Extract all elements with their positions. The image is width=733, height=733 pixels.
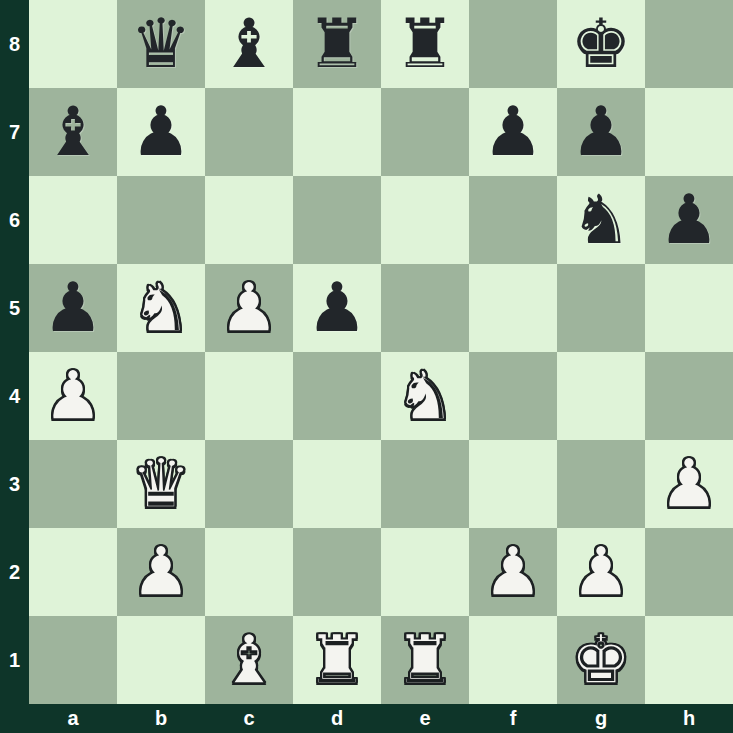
chess-board-frame: 87654321 ♛♝♜♜♚♝♟♟♟♞♟♟♞♟♟♟♞♛♟♟♟♟♝♜♜♚ abcd… <box>0 0 733 733</box>
file-label-d: d <box>293 704 381 733</box>
square-e8[interactable]: ♜ <box>381 0 469 88</box>
square-e3[interactable] <box>381 440 469 528</box>
file-label-e: e <box>381 704 469 733</box>
square-c4[interactable] <box>205 352 293 440</box>
square-d3[interactable] <box>293 440 381 528</box>
white-rook-d1[interactable]: ♜ <box>307 616 368 704</box>
square-h7[interactable] <box>645 88 733 176</box>
white-pawn-c5[interactable]: ♟ <box>219 264 280 352</box>
square-d4[interactable] <box>293 352 381 440</box>
square-h2[interactable] <box>645 528 733 616</box>
square-g2[interactable]: ♟ <box>557 528 645 616</box>
square-c6[interactable] <box>205 176 293 264</box>
square-f4[interactable] <box>469 352 557 440</box>
square-c1[interactable]: ♝ <box>205 616 293 704</box>
black-knight-g6[interactable]: ♞ <box>571 176 632 264</box>
white-pawn-h3[interactable]: ♟ <box>659 440 720 528</box>
rank-label-2: 2 <box>0 528 29 616</box>
square-f1[interactable] <box>469 616 557 704</box>
rank-label-6: 6 <box>0 176 29 264</box>
rank-label-5: 5 <box>0 264 29 352</box>
file-label-c: c <box>205 704 293 733</box>
black-pawn-h6[interactable]: ♟ <box>659 176 720 264</box>
file-label-a: a <box>29 704 117 733</box>
black-queen-b8[interactable]: ♛ <box>131 0 192 88</box>
black-bishop-a7[interactable]: ♝ <box>43 88 104 176</box>
file-label-f: f <box>469 704 557 733</box>
square-h5[interactable] <box>645 264 733 352</box>
square-a4[interactable]: ♟ <box>29 352 117 440</box>
file-label-h: h <box>645 704 733 733</box>
square-d8[interactable]: ♜ <box>293 0 381 88</box>
square-c7[interactable] <box>205 88 293 176</box>
chess-board: ♛♝♜♜♚♝♟♟♟♞♟♟♞♟♟♟♞♛♟♟♟♟♝♜♜♚ <box>29 0 733 704</box>
black-pawn-f7[interactable]: ♟ <box>483 88 544 176</box>
white-rook-e1[interactable]: ♜ <box>395 616 456 704</box>
square-a5[interactable]: ♟ <box>29 264 117 352</box>
square-a3[interactable] <box>29 440 117 528</box>
square-d2[interactable] <box>293 528 381 616</box>
black-pawn-g7[interactable]: ♟ <box>571 88 632 176</box>
square-b1[interactable] <box>117 616 205 704</box>
square-c2[interactable] <box>205 528 293 616</box>
square-f5[interactable] <box>469 264 557 352</box>
square-c8[interactable]: ♝ <box>205 0 293 88</box>
square-b4[interactable] <box>117 352 205 440</box>
square-e5[interactable] <box>381 264 469 352</box>
white-knight-e4[interactable]: ♞ <box>395 352 456 440</box>
square-b3[interactable]: ♛ <box>117 440 205 528</box>
square-h6[interactable]: ♟ <box>645 176 733 264</box>
square-f6[interactable] <box>469 176 557 264</box>
file-label-b: b <box>117 704 205 733</box>
square-g8[interactable]: ♚ <box>557 0 645 88</box>
rank-label-7: 7 <box>0 88 29 176</box>
rank-label-8: 8 <box>0 0 29 88</box>
square-c5[interactable]: ♟ <box>205 264 293 352</box>
square-e4[interactable]: ♞ <box>381 352 469 440</box>
black-bishop-c8[interactable]: ♝ <box>219 0 280 88</box>
square-c3[interactable] <box>205 440 293 528</box>
white-pawn-g2[interactable]: ♟ <box>571 528 632 616</box>
square-a8[interactable] <box>29 0 117 88</box>
square-g7[interactable]: ♟ <box>557 88 645 176</box>
rank-label-3: 3 <box>0 440 29 528</box>
white-pawn-a4[interactable]: ♟ <box>43 352 104 440</box>
white-pawn-f2[interactable]: ♟ <box>483 528 544 616</box>
square-b2[interactable]: ♟ <box>117 528 205 616</box>
square-g5[interactable] <box>557 264 645 352</box>
square-a6[interactable] <box>29 176 117 264</box>
black-rook-e8[interactable]: ♜ <box>395 0 456 88</box>
square-b6[interactable] <box>117 176 205 264</box>
file-label-g: g <box>557 704 645 733</box>
black-pawn-d5[interactable]: ♟ <box>307 264 368 352</box>
square-g3[interactable] <box>557 440 645 528</box>
square-b5[interactable]: ♞ <box>117 264 205 352</box>
square-h3[interactable]: ♟ <box>645 440 733 528</box>
square-b8[interactable]: ♛ <box>117 0 205 88</box>
black-rook-d8[interactable]: ♜ <box>307 0 368 88</box>
square-g6[interactable]: ♞ <box>557 176 645 264</box>
rank-label-4: 4 <box>0 352 29 440</box>
square-f3[interactable] <box>469 440 557 528</box>
square-h4[interactable] <box>645 352 733 440</box>
square-h8[interactable] <box>645 0 733 88</box>
square-a7[interactable]: ♝ <box>29 88 117 176</box>
square-d1[interactable]: ♜ <box>293 616 381 704</box>
square-f8[interactable] <box>469 0 557 88</box>
square-g1[interactable]: ♚ <box>557 616 645 704</box>
square-b7[interactable]: ♟ <box>117 88 205 176</box>
file-labels: abcdefgh <box>29 704 733 733</box>
square-e2[interactable] <box>381 528 469 616</box>
black-king-g8[interactable]: ♚ <box>571 0 632 88</box>
square-d6[interactable] <box>293 176 381 264</box>
white-bishop-c1[interactable]: ♝ <box>219 616 280 704</box>
square-h1[interactable] <box>645 616 733 704</box>
square-a1[interactable] <box>29 616 117 704</box>
black-pawn-a5[interactable]: ♟ <box>43 264 104 352</box>
square-e7[interactable] <box>381 88 469 176</box>
square-e1[interactable]: ♜ <box>381 616 469 704</box>
square-f2[interactable]: ♟ <box>469 528 557 616</box>
square-d7[interactable] <box>293 88 381 176</box>
black-pawn-b7[interactable]: ♟ <box>131 88 192 176</box>
square-e6[interactable] <box>381 176 469 264</box>
white-king-g1[interactable]: ♚ <box>571 616 632 704</box>
white-knight-b5[interactable]: ♞ <box>131 264 192 352</box>
white-pawn-b2[interactable]: ♟ <box>131 528 192 616</box>
white-queen-b3[interactable]: ♛ <box>131 440 192 528</box>
square-d5[interactable]: ♟ <box>293 264 381 352</box>
square-f7[interactable]: ♟ <box>469 88 557 176</box>
rank-labels: 87654321 <box>0 0 29 704</box>
square-a2[interactable] <box>29 528 117 616</box>
square-g4[interactable] <box>557 352 645 440</box>
rank-label-1: 1 <box>0 616 29 704</box>
